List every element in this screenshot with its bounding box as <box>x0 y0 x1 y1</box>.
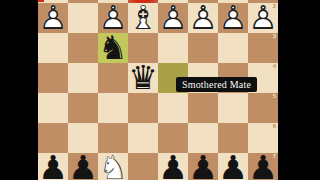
white-rook-f1: ♜ <box>98 0 128 2</box>
square-d5 <box>158 93 188 123</box>
square-a6: 6 <box>248 123 278 153</box>
rank-label-6: 6 <box>273 123 276 130</box>
square-e6 <box>128 123 158 153</box>
black-pawn-g7: ♟ <box>68 153 98 180</box>
square-g6 <box>68 123 98 153</box>
square-b3 <box>218 33 248 63</box>
square-a5: 5 <box>248 93 278 123</box>
white-knight-b1: ♞ <box>218 0 248 2</box>
square-c6 <box>188 123 218 153</box>
square-d6 <box>158 123 188 153</box>
square-d3 <box>158 33 188 63</box>
square-g4 <box>68 63 98 93</box>
square-b2: ♟♙ <box>218 3 248 33</box>
square-g7: ♟ <box>68 153 98 180</box>
white-knight-f7: ♞ <box>98 153 128 180</box>
white-king-e1: ♚ <box>128 0 158 2</box>
black-pawn-b7: ♟ <box>218 153 248 180</box>
square-e7 <box>128 153 158 180</box>
white-rook-a1: ♜ <box>248 0 278 2</box>
white-knight-b1: ♘ <box>218 0 248 2</box>
white-rook-f1: ♖ <box>98 0 128 2</box>
square-h6 <box>38 123 68 153</box>
black-pawn-h7: ♟ <box>38 153 68 180</box>
white-bishop-c1: ♗ <box>188 0 218 2</box>
square-f2: ♟♙ <box>98 3 128 33</box>
white-queen-d1: ♕ <box>158 0 188 2</box>
square-b7: ♟ <box>218 153 248 180</box>
letterbox-right <box>278 0 320 180</box>
square-h4 <box>38 63 68 93</box>
mate-label: Smothered Mate <box>176 77 257 92</box>
square-h5 <box>38 93 68 123</box>
square-d2: ♟♙ <box>158 3 188 33</box>
black-pawn-d7: ♟ <box>158 153 188 180</box>
square-e2: ♝♗ <box>128 3 158 33</box>
white-bishop-e2: ♗ <box>128 3 158 32</box>
rank-label-5: 5 <box>273 93 276 100</box>
square-a2: 2♟♙ <box>248 3 278 33</box>
white-pawn-d2: ♙ <box>158 3 188 32</box>
square-e4: ♛ <box>128 63 158 93</box>
square-g5 <box>68 93 98 123</box>
square-h2: ♟♙ <box>38 3 68 33</box>
square-f5 <box>98 93 128 123</box>
white-pawn-h2: ♟ <box>38 3 68 32</box>
white-bishop-c1: ♝ <box>188 0 218 2</box>
rank-label-3: 3 <box>273 33 276 40</box>
white-pawn-c2: ♟ <box>188 3 218 32</box>
square-f7: ♞♘ <box>98 153 128 180</box>
square-h3 <box>38 33 68 63</box>
black-queen-e4: ♛ <box>128 63 158 92</box>
letterbox-left <box>0 0 38 180</box>
square-b6 <box>218 123 248 153</box>
square-g3 <box>68 33 98 63</box>
square-c5 <box>188 93 218 123</box>
square-e3 <box>128 33 158 63</box>
square-c2: ♟♙ <box>188 3 218 33</box>
square-b5 <box>218 93 248 123</box>
white-pawn-b2: ♟ <box>218 3 248 32</box>
black-pawn-c7: ♟ <box>188 153 218 180</box>
white-queen-d1: ♛ <box>158 0 188 2</box>
white-pawn-h2: ♙ <box>38 3 68 32</box>
square-a7: 7♟ <box>248 153 278 180</box>
square-g2 <box>68 3 98 33</box>
square-e5 <box>128 93 158 123</box>
square-h7: ♟ <box>38 153 68 180</box>
white-bishop-e2: ♝ <box>128 3 158 32</box>
square-c3 <box>188 33 218 63</box>
square-d7: ♟ <box>158 153 188 180</box>
red-artifact <box>38 0 44 2</box>
square-c7: ♟ <box>188 153 218 180</box>
white-pawn-d2: ♟ <box>158 3 188 32</box>
white-rook-a1: ♖ <box>248 0 278 2</box>
square-f6 <box>98 123 128 153</box>
white-pawn-c2: ♙ <box>188 3 218 32</box>
square-f3: ♞ <box>98 33 128 63</box>
black-knight-f3: ♞ <box>98 33 128 62</box>
rank-label-4: 4 <box>273 63 276 70</box>
square-f4 <box>98 63 128 93</box>
white-pawn-f2: ♟ <box>98 3 128 32</box>
rank-label-2: 2 <box>273 3 276 10</box>
rank-label-7: 7 <box>273 153 276 160</box>
white-king-e1: ♔ <box>128 0 158 2</box>
white-pawn-b2: ♙ <box>218 3 248 32</box>
video-frame: ♜♖♚♔♛♕♝♗♞♘1♜♖♟♙♟♙♝♗♟♙♟♙♟♙2♟♙♞3♛456♟♟♞♘♟♟… <box>0 0 320 180</box>
square-a3: 3 <box>248 33 278 63</box>
white-pawn-f2: ♙ <box>98 3 128 32</box>
white-knight-f7: ♘ <box>98 153 128 180</box>
